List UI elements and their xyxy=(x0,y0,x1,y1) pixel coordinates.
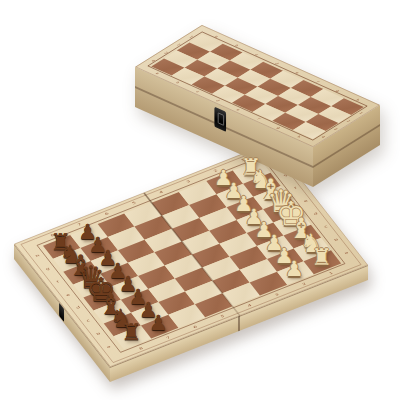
pieces-layer: ♜♟♞♟♝♟♛♟♚♟♟♝♜♟♟♞♞♟♟♜♝♟♟♛♟♚♟♝♟♞♟♜ xyxy=(0,0,400,400)
piece-brown-pawn[interactable]: ♟ xyxy=(149,313,168,334)
piece-brown-rook[interactable]: ♜ xyxy=(121,321,142,344)
piece-white-pawn[interactable]: ♟ xyxy=(285,259,304,280)
piece-white-rook[interactable]: ♜ xyxy=(311,246,332,269)
product-photo-scene: hhggffeeddccbbaa8877665544332211 aabbccd… xyxy=(0,0,400,400)
